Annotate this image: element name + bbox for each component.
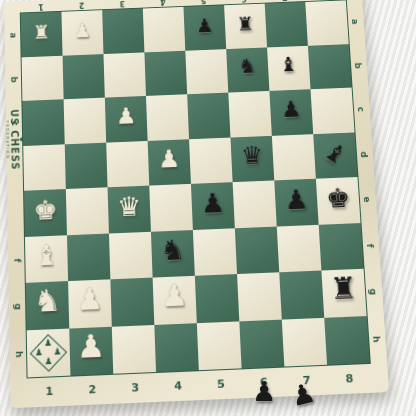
captured-black-pawn-2[interactable]: ♟ bbox=[288, 378, 318, 410]
square-d2[interactable] bbox=[65, 142, 108, 189]
piece-black-pawn-a5[interactable]: ♟ bbox=[196, 16, 214, 35]
square-b7[interactable]: ♝ bbox=[267, 45, 310, 91]
piece-white-knight-g1[interactable]: ♞ bbox=[33, 286, 61, 317]
square-g4[interactable]: ♟ bbox=[153, 276, 197, 325]
chess-mat: 12345678 12345678 abcfgh abcdefgh ◆ US C… bbox=[4, 0, 389, 408]
piece-black-knight-f4[interactable]: ♞ bbox=[160, 236, 186, 265]
square-e5[interactable]: ♟ bbox=[191, 182, 235, 229]
square-d5[interactable] bbox=[189, 137, 233, 184]
square-e1[interactable]: ♚ bbox=[24, 189, 67, 236]
square-a8[interactable] bbox=[305, 0, 348, 45]
square-h2[interactable]: ♟ bbox=[69, 326, 113, 375]
square-a7[interactable] bbox=[265, 2, 308, 47]
square-g3[interactable] bbox=[110, 278, 154, 327]
captured-pieces-tray: ♟♟ bbox=[252, 378, 314, 405]
square-b2[interactable] bbox=[63, 54, 105, 100]
square-c1[interactable] bbox=[22, 99, 64, 145]
square-h5[interactable] bbox=[197, 321, 242, 370]
square-h3[interactable] bbox=[112, 324, 156, 373]
piece-white-pawn-h2[interactable]: ♟ bbox=[77, 331, 106, 364]
square-a5[interactable]: ♟ bbox=[183, 5, 226, 50]
square-g5[interactable] bbox=[195, 274, 239, 323]
square-c3[interactable]: ♟ bbox=[105, 96, 148, 142]
square-c7[interactable]: ♟ bbox=[269, 89, 313, 135]
piece-black-pawn-c7[interactable]: ♟ bbox=[280, 98, 301, 121]
logo-pawn-icon: ♟ bbox=[44, 338, 52, 348]
square-g2[interactable]: ♟ bbox=[68, 279, 112, 328]
logo-pawn-icon: ♟ bbox=[44, 357, 52, 367]
square-f8[interactable] bbox=[319, 223, 364, 271]
square-b6[interactable]: ♞ bbox=[226, 47, 269, 93]
square-f3[interactable] bbox=[109, 231, 153, 279]
square-c8[interactable] bbox=[311, 88, 355, 134]
square-d8[interactable]: ♝ bbox=[313, 132, 357, 179]
square-h1[interactable]: ♟♟♟♟ bbox=[27, 328, 71, 377]
square-f4[interactable]: ♞ bbox=[151, 230, 195, 278]
piece-white-king-e1[interactable]: ♚ bbox=[33, 196, 58, 224]
piece-white-rook-a1[interactable]: ♜ bbox=[33, 22, 51, 41]
coord-label-bottom-4: 4 bbox=[156, 375, 200, 395]
square-h7[interactable] bbox=[282, 317, 327, 366]
square-d6[interactable]: ♛ bbox=[230, 135, 274, 182]
square-e3[interactable]: ♛ bbox=[108, 186, 151, 233]
square-h6[interactable] bbox=[239, 319, 284, 368]
square-a1[interactable]: ♜ bbox=[21, 12, 63, 57]
square-f7[interactable] bbox=[277, 224, 322, 272]
square-h8[interactable] bbox=[324, 316, 370, 365]
piece-black-king-e8[interactable]: ♚ bbox=[325, 184, 351, 211]
piece-black-knight-b6[interactable]: ♞ bbox=[238, 57, 257, 78]
square-f1[interactable]: ♝ bbox=[25, 235, 68, 283]
square-b4[interactable] bbox=[144, 50, 187, 96]
square-g8[interactable]: ♜ bbox=[321, 269, 366, 318]
coord-label-bottom-2: 2 bbox=[71, 379, 114, 399]
piece-black-rook-a6[interactable]: ♜ bbox=[236, 14, 254, 33]
chess-board: ♜♟♟♜♞♝♟♟♟♛♝♚♛♟♟♚♝♞♞♟♟♜♟♟♟♟♟ bbox=[21, 0, 370, 377]
coord-label-bottom-3: 3 bbox=[113, 377, 157, 397]
square-e6[interactable] bbox=[233, 180, 277, 227]
square-c5[interactable] bbox=[187, 93, 230, 139]
piece-white-pawn-d4[interactable]: ♟ bbox=[158, 147, 181, 172]
square-c2[interactable] bbox=[64, 98, 107, 144]
us-chess-pawn-diamond-logo: ♟♟♟♟ bbox=[30, 334, 67, 372]
logo-pawn-icon: ♟ bbox=[35, 348, 43, 358]
piece-black-pawn-e7[interactable]: ♟ bbox=[283, 185, 309, 212]
piece-white-bishop-f1[interactable]: ♝ bbox=[33, 241, 59, 270]
piece-black-queen-d6[interactable]: ♛ bbox=[240, 143, 263, 168]
square-c4[interactable] bbox=[146, 94, 189, 140]
square-f5[interactable] bbox=[193, 228, 237, 276]
piece-black-rook-g8[interactable]: ♜ bbox=[329, 274, 358, 305]
logo-pawn-icon: ♟ bbox=[54, 347, 62, 357]
square-g1[interactable]: ♞ bbox=[26, 281, 69, 330]
piece-white-pawn-g2[interactable]: ♟ bbox=[76, 284, 104, 315]
piece-white-pawn-c3[interactable]: ♟ bbox=[116, 105, 137, 128]
coord-label-bottom-5: 5 bbox=[199, 374, 243, 394]
square-g6[interactable] bbox=[237, 272, 282, 321]
square-a3[interactable] bbox=[102, 9, 144, 54]
square-d4[interactable]: ♟ bbox=[148, 139, 191, 186]
square-e2[interactable] bbox=[66, 187, 109, 234]
piece-black-pawn-e5[interactable]: ♟ bbox=[200, 189, 225, 216]
square-h4[interactable] bbox=[154, 323, 199, 372]
square-f6[interactable] bbox=[235, 226, 279, 274]
square-b5[interactable] bbox=[185, 49, 228, 95]
square-a2[interactable]: ♟ bbox=[61, 10, 103, 55]
piece-white-queen-e3[interactable]: ♛ bbox=[117, 192, 142, 220]
square-e8[interactable]: ♚ bbox=[316, 177, 361, 224]
square-e7[interactable]: ♟ bbox=[274, 179, 318, 226]
square-b3[interactable] bbox=[103, 52, 146, 98]
piece-white-pawn-a2[interactable]: ♟ bbox=[73, 21, 91, 40]
square-b1[interactable] bbox=[22, 55, 64, 101]
square-c6[interactable] bbox=[228, 91, 272, 137]
coord-label-bottom-1: 1 bbox=[28, 381, 71, 401]
square-d7[interactable] bbox=[272, 134, 316, 181]
piece-black-bishop-d8[interactable]: ♝ bbox=[319, 138, 351, 170]
captured-black-pawn-1[interactable]: ♟ bbox=[252, 378, 276, 405]
square-d1[interactable] bbox=[23, 144, 66, 191]
piece-black-bishop-b7[interactable]: ♝ bbox=[279, 55, 298, 76]
square-a6[interactable]: ♜ bbox=[224, 4, 267, 49]
square-e4[interactable] bbox=[149, 184, 193, 231]
piece-white-pawn-g4[interactable]: ♟ bbox=[160, 281, 188, 312]
square-a4[interactable] bbox=[143, 7, 185, 52]
square-d3[interactable] bbox=[106, 140, 149, 187]
coord-label-bottom-8: 8 bbox=[327, 368, 371, 388]
square-b8[interactable] bbox=[308, 44, 352, 90]
square-f2[interactable] bbox=[67, 233, 110, 281]
square-g7[interactable] bbox=[279, 271, 324, 320]
